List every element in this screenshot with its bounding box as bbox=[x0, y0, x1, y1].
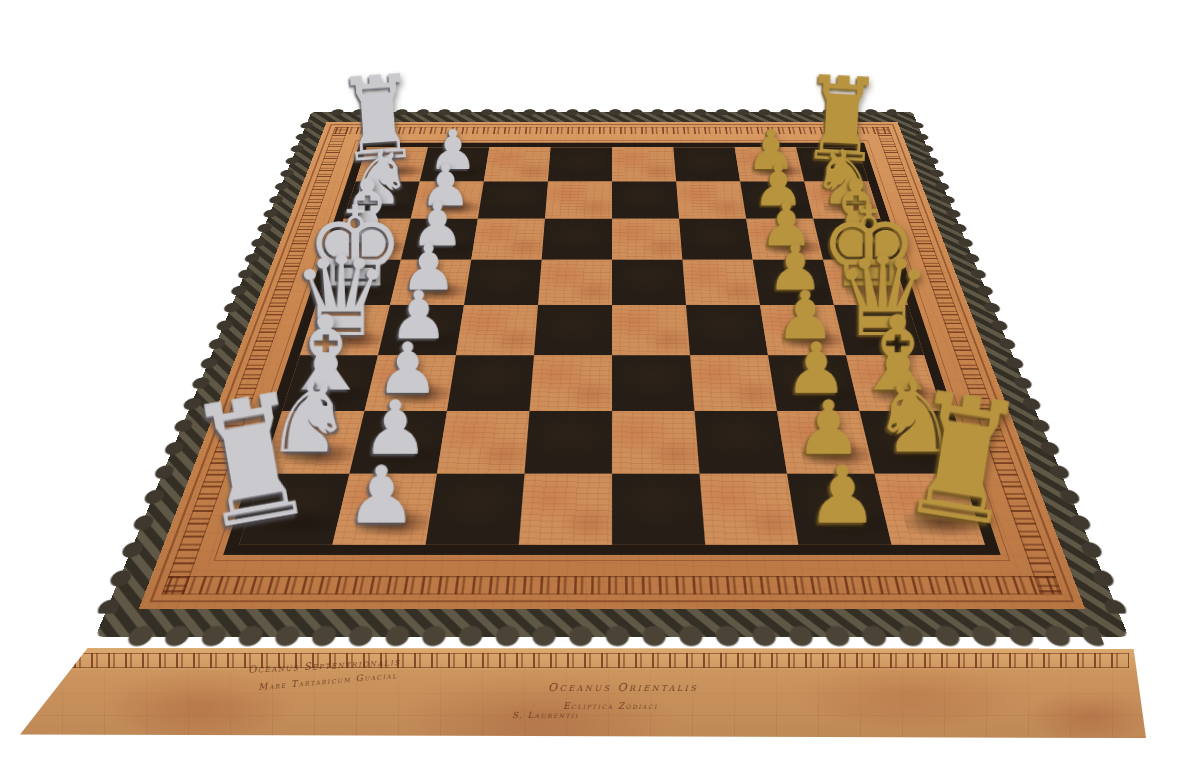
square-d5[interactable] bbox=[612, 305, 690, 355]
chess-set-photo-scene: ♜♟♟♜♞♟♟♞♝♟♟♝♚♟♟♚♛♟♟♛♝♟♟♝♞♟♟♞♜♟♟♜ Oceanus… bbox=[0, 0, 1200, 774]
piece-white-pawn[interactable]: ♟ bbox=[346, 461, 418, 533]
square-g4[interactable] bbox=[545, 181, 612, 218]
map-label: S. Laurentii bbox=[512, 710, 579, 720]
square-h6[interactable] bbox=[673, 147, 740, 181]
square-a1[interactable]: ♜ bbox=[239, 474, 349, 545]
square-d3[interactable] bbox=[456, 305, 538, 355]
square-g6[interactable] bbox=[676, 181, 746, 218]
piece-black-pawn[interactable]: ♟ bbox=[807, 461, 879, 533]
square-f5[interactable] bbox=[612, 219, 682, 260]
square-d6[interactable] bbox=[686, 305, 768, 355]
square-f4[interactable] bbox=[542, 219, 612, 260]
square-g5[interactable] bbox=[612, 181, 679, 218]
square-a4[interactable] bbox=[519, 474, 612, 545]
rope-scallops-near bbox=[118, 625, 1106, 649]
square-h4[interactable] bbox=[548, 147, 612, 181]
vine-ornament-band bbox=[37, 653, 1129, 668]
square-f3[interactable] bbox=[471, 219, 545, 260]
square-a5[interactable] bbox=[612, 474, 705, 545]
square-f6[interactable] bbox=[679, 219, 753, 260]
square-g3[interactable] bbox=[478, 181, 548, 218]
piece-black-rook[interactable]: ♜ bbox=[893, 377, 1032, 546]
board-lid: ♜♟♟♜♞♟♟♞♝♟♟♝♚♟♟♚♛♟♟♛♝♟♟♝♞♟♟♞♜♟♟♜ bbox=[95, 112, 1128, 637]
square-a7[interactable]: ♟ bbox=[787, 474, 892, 545]
square-h5[interactable] bbox=[612, 147, 676, 181]
map-label: Oceanus Orientalis bbox=[548, 681, 698, 694]
square-a8[interactable]: ♜ bbox=[875, 474, 985, 545]
square-a6[interactable] bbox=[700, 474, 799, 545]
square-a3[interactable] bbox=[426, 474, 525, 545]
square-d4[interactable] bbox=[534, 305, 612, 355]
scroll-ornament-band-bottom bbox=[161, 576, 1062, 595]
box-front-face: Oceanus Septentrionalis Mare Tartaricum … bbox=[20, 648, 1146, 738]
square-a2[interactable]: ♟ bbox=[332, 474, 437, 545]
square-h3[interactable] bbox=[484, 147, 551, 181]
